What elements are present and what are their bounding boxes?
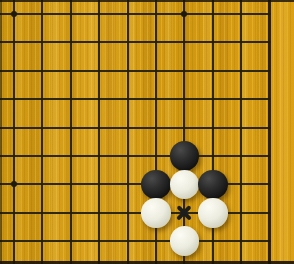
white-stone-R3: [198, 198, 228, 228]
board-top-edge-shadow: [0, 0, 294, 2]
grid-line-horizontal: [0, 13, 271, 15]
grid-line-horizontal: [0, 240, 271, 242]
white-stone-P3: [141, 198, 171, 228]
board-left-edge-shadow: [0, 0, 2, 264]
go-board[interactable]: [0, 0, 294, 264]
board-bottom-edge-shadow: [0, 261, 294, 264]
grid-line-vertical: [41, 0, 43, 264]
star-point-Q10: [181, 11, 187, 17]
x-marker-Q3[interactable]: [174, 203, 194, 223]
grid-line-horizontal: [0, 41, 271, 43]
black-stone-Q5: [170, 141, 200, 171]
white-stone-Q4: [170, 170, 200, 200]
grid-line-horizontal: [0, 155, 271, 157]
grid-line-vertical: [127, 0, 129, 264]
star-point-K10: [11, 11, 17, 17]
grid-line-horizontal: [0, 212, 271, 214]
grid-line-vertical: [240, 0, 242, 264]
go-app-viewport: [0, 0, 294, 264]
grid-line-vertical: [183, 0, 185, 264]
grid-line-horizontal: [0, 127, 271, 129]
black-stone-R4: [198, 170, 228, 200]
white-stone-Q2: [170, 226, 200, 256]
grid-line-horizontal: [0, 183, 271, 185]
grid-line-horizontal: [0, 70, 271, 72]
grid-line-horizontal: [0, 98, 271, 100]
grid-line-vertical: [70, 0, 72, 264]
grid-line-vertical: [98, 0, 100, 264]
star-point-K4: [11, 181, 17, 187]
grid-line-vertical: [13, 0, 15, 264]
black-stone-P4: [141, 170, 171, 200]
board-edge-line-right: [268, 0, 271, 264]
